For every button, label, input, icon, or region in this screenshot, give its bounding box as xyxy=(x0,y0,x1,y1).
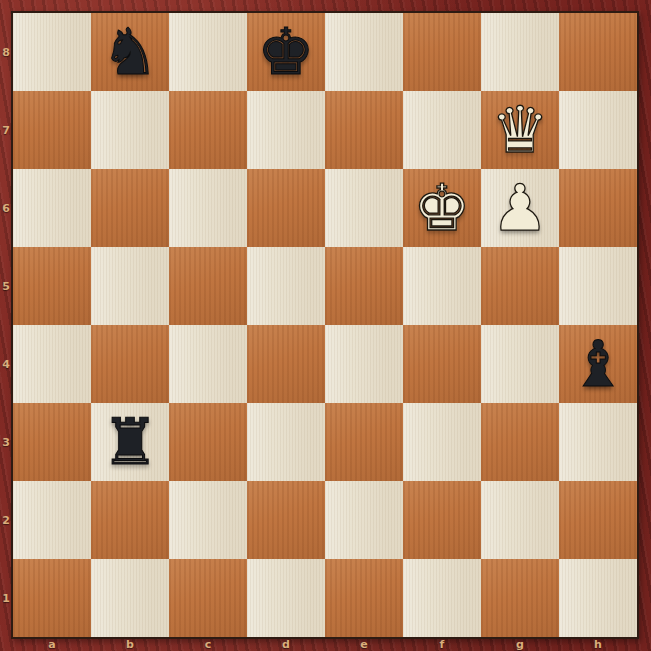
square-b4[interactable] xyxy=(91,325,169,403)
square-c4[interactable] xyxy=(169,325,247,403)
square-d1[interactable] xyxy=(247,559,325,637)
square-b1[interactable] xyxy=(91,559,169,637)
square-g7[interactable]: ♛ xyxy=(481,91,559,169)
square-e8[interactable] xyxy=(325,13,403,91)
square-d4[interactable] xyxy=(247,325,325,403)
square-e3[interactable] xyxy=(325,403,403,481)
square-b3[interactable]: ♜ xyxy=(91,403,169,481)
square-e2[interactable] xyxy=(325,481,403,559)
square-f8[interactable] xyxy=(403,13,481,91)
rank-label-7: 7 xyxy=(0,91,12,169)
black-rook-b3[interactable]: ♜ xyxy=(101,403,158,481)
square-f7[interactable] xyxy=(403,91,481,169)
square-h5[interactable] xyxy=(559,247,637,325)
black-knight-b8[interactable]: ♞ xyxy=(101,13,158,91)
file-label-h: h xyxy=(559,637,637,651)
white-pawn-g6[interactable]: ♟ xyxy=(491,169,548,247)
square-f5[interactable] xyxy=(403,247,481,325)
square-a5[interactable] xyxy=(13,247,91,325)
square-g2[interactable] xyxy=(481,481,559,559)
square-d6[interactable] xyxy=(247,169,325,247)
white-king-f6[interactable]: ♚ xyxy=(413,169,470,247)
square-d2[interactable] xyxy=(247,481,325,559)
square-f2[interactable] xyxy=(403,481,481,559)
square-b8[interactable]: ♞ xyxy=(91,13,169,91)
rank-label-5: 5 xyxy=(0,247,12,325)
square-f3[interactable] xyxy=(403,403,481,481)
file-label-g: g xyxy=(481,637,559,651)
square-b2[interactable] xyxy=(91,481,169,559)
square-h4[interactable]: ♝ xyxy=(559,325,637,403)
chess-board-frame: ♞♚♛♚♟♝♜ 87654321abcdefgh xyxy=(0,0,651,651)
white-queen-g7[interactable]: ♛ xyxy=(491,91,548,169)
file-label-c: c xyxy=(169,637,247,651)
file-label-b: b xyxy=(91,637,169,651)
square-f1[interactable] xyxy=(403,559,481,637)
square-c8[interactable] xyxy=(169,13,247,91)
square-a7[interactable] xyxy=(13,91,91,169)
rank-label-3: 3 xyxy=(0,403,12,481)
file-label-f: f xyxy=(403,637,481,651)
square-g6[interactable]: ♟ xyxy=(481,169,559,247)
square-f6[interactable]: ♚ xyxy=(403,169,481,247)
square-a3[interactable] xyxy=(13,403,91,481)
square-g5[interactable] xyxy=(481,247,559,325)
square-e1[interactable] xyxy=(325,559,403,637)
square-c5[interactable] xyxy=(169,247,247,325)
square-a4[interactable] xyxy=(13,325,91,403)
rank-label-6: 6 xyxy=(0,169,12,247)
black-bishop-h4[interactable]: ♝ xyxy=(569,325,626,403)
square-h3[interactable] xyxy=(559,403,637,481)
chess-board: ♞♚♛♚♟♝♜ xyxy=(11,11,639,639)
square-g1[interactable] xyxy=(481,559,559,637)
square-b7[interactable] xyxy=(91,91,169,169)
square-d3[interactable] xyxy=(247,403,325,481)
square-a1[interactable] xyxy=(13,559,91,637)
square-f4[interactable] xyxy=(403,325,481,403)
square-h8[interactable] xyxy=(559,13,637,91)
square-e4[interactable] xyxy=(325,325,403,403)
rank-label-1: 1 xyxy=(0,559,12,637)
square-d5[interactable] xyxy=(247,247,325,325)
file-label-e: e xyxy=(325,637,403,651)
square-c1[interactable] xyxy=(169,559,247,637)
rank-label-8: 8 xyxy=(0,13,12,91)
square-h7[interactable] xyxy=(559,91,637,169)
square-h6[interactable] xyxy=(559,169,637,247)
square-c6[interactable] xyxy=(169,169,247,247)
square-g3[interactable] xyxy=(481,403,559,481)
rank-label-2: 2 xyxy=(0,481,12,559)
square-c2[interactable] xyxy=(169,481,247,559)
square-d8[interactable]: ♚ xyxy=(247,13,325,91)
square-c7[interactable] xyxy=(169,91,247,169)
square-b5[interactable] xyxy=(91,247,169,325)
square-e7[interactable] xyxy=(325,91,403,169)
square-h1[interactable] xyxy=(559,559,637,637)
square-a6[interactable] xyxy=(13,169,91,247)
square-a2[interactable] xyxy=(13,481,91,559)
square-d7[interactable] xyxy=(247,91,325,169)
square-h2[interactable] xyxy=(559,481,637,559)
file-label-d: d xyxy=(247,637,325,651)
black-king-d8[interactable]: ♚ xyxy=(257,13,314,91)
square-g4[interactable] xyxy=(481,325,559,403)
square-b6[interactable] xyxy=(91,169,169,247)
square-g8[interactable] xyxy=(481,13,559,91)
file-label-a: a xyxy=(13,637,91,651)
rank-label-4: 4 xyxy=(0,325,12,403)
square-e5[interactable] xyxy=(325,247,403,325)
square-c3[interactable] xyxy=(169,403,247,481)
square-a8[interactable] xyxy=(13,13,91,91)
square-e6[interactable] xyxy=(325,169,403,247)
